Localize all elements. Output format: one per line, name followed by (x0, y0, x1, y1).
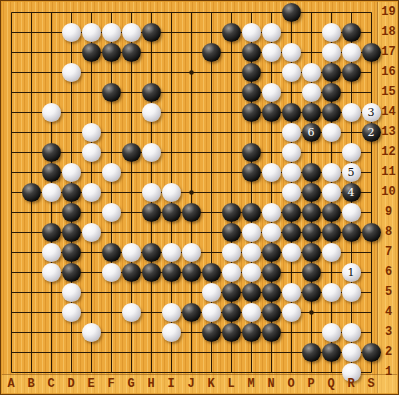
white-stone-Q7 (322, 243, 341, 262)
white-stone-E13 (82, 123, 101, 142)
black-stone-E17 (82, 43, 101, 62)
white-stone-R6: 1 (342, 263, 361, 282)
white-stone-E18 (82, 23, 101, 42)
white-stone-K5 (202, 283, 221, 302)
white-stone-I7 (162, 243, 181, 262)
white-stone-N9 (262, 203, 281, 222)
black-stone-H6 (142, 263, 161, 282)
white-stone-R12 (342, 143, 361, 162)
black-stone-N14 (262, 103, 281, 122)
white-stone-D4 (62, 303, 81, 322)
white-stone-F11 (102, 163, 121, 182)
row-label-4: 4 (378, 302, 399, 322)
white-stone-J7 (182, 243, 201, 262)
white-stone-I3 (162, 323, 181, 342)
black-stone-M14 (242, 103, 261, 122)
column-label-N: N (261, 377, 281, 391)
black-stone-K17 (202, 43, 221, 62)
star-point (189, 190, 194, 195)
column-label-B: B (21, 377, 41, 391)
column-label-O: O (281, 377, 301, 391)
black-stone-G6 (122, 263, 141, 282)
black-stone-K6 (202, 263, 221, 282)
black-stone-P6 (302, 263, 321, 282)
move-number-label: 1 (348, 267, 355, 278)
black-stone-G17 (122, 43, 141, 62)
white-stone-N18 (262, 23, 281, 42)
black-stone-P11 (302, 163, 321, 182)
white-stone-H12 (142, 143, 161, 162)
white-stone-N8 (262, 223, 281, 242)
move-number-label: 6 (308, 127, 315, 138)
white-stone-M4 (242, 303, 261, 322)
black-stone-R18 (342, 23, 361, 42)
black-stone-L4 (222, 303, 241, 322)
white-stone-O7 (282, 243, 301, 262)
white-stone-E10 (82, 183, 101, 202)
white-stone-Q10 (322, 183, 341, 202)
black-stone-N5 (262, 283, 281, 302)
row-label-1: 1 (378, 362, 399, 382)
black-stone-P2 (302, 343, 321, 362)
white-stone-Q13 (322, 123, 341, 142)
white-stone-F18 (102, 23, 121, 42)
white-stone-R17 (342, 43, 361, 62)
column-label-L: L (221, 377, 241, 391)
row-label-8: 8 (378, 222, 399, 242)
row-label-17: 17 (378, 42, 399, 62)
black-stone-P14 (302, 103, 321, 122)
black-stone-M16 (242, 63, 261, 82)
white-stone-O10 (282, 183, 301, 202)
column-label-R: R (341, 377, 361, 391)
white-stone-O12 (282, 143, 301, 162)
black-stone-O14 (282, 103, 301, 122)
black-stone-M15 (242, 83, 261, 102)
white-stone-D5 (62, 283, 81, 302)
row-label-13: 13 (378, 122, 399, 142)
black-stone-N6 (262, 263, 281, 282)
black-stone-I9 (162, 203, 181, 222)
column-label-F: F (101, 377, 121, 391)
white-stone-C14 (42, 103, 61, 122)
black-stone-O9 (282, 203, 301, 222)
column-label-C: C (41, 377, 61, 391)
column-label-I: I (161, 377, 181, 391)
row-label-6: 6 (378, 262, 399, 282)
row-label-14: 14 (378, 102, 399, 122)
row-label-18: 18 (378, 22, 399, 42)
black-stone-F17 (102, 43, 121, 62)
white-stone-K4 (202, 303, 221, 322)
black-stone-D7 (62, 243, 81, 262)
black-stone-L5 (222, 283, 241, 302)
white-stone-R9 (342, 203, 361, 222)
black-stone-H15 (142, 83, 161, 102)
white-stone-E8 (82, 223, 101, 242)
column-label-K: K (201, 377, 221, 391)
row-label-16: 16 (378, 62, 399, 82)
black-stone-M11 (242, 163, 261, 182)
column-label-E: E (81, 377, 101, 391)
column-label-H: H (141, 377, 161, 391)
black-stone-Q2 (322, 343, 341, 362)
black-stone-M5 (242, 283, 261, 302)
white-stone-O11 (282, 163, 301, 182)
white-stone-F6 (102, 263, 121, 282)
white-stone-C6 (42, 263, 61, 282)
row-label-15: 15 (378, 82, 399, 102)
black-stone-J6 (182, 263, 201, 282)
black-stone-P10 (302, 183, 321, 202)
black-stone-D9 (62, 203, 81, 222)
white-stone-H14 (142, 103, 161, 122)
white-stone-N17 (262, 43, 281, 62)
black-stone-P9 (302, 203, 321, 222)
column-label-G: G (121, 377, 141, 391)
black-stone-Q14 (322, 103, 341, 122)
black-stone-I6 (162, 263, 181, 282)
go-board[interactable]: 362541 ABCDEFGHIJKLMNOPQRS19181716151413… (0, 0, 399, 395)
white-stone-Q18 (322, 23, 341, 42)
column-label-P: P (301, 377, 321, 391)
black-stone-D6 (62, 263, 81, 282)
row-label-7: 7 (378, 242, 399, 262)
black-stone-D10 (62, 183, 81, 202)
white-stone-R14 (342, 103, 361, 122)
white-stone-O17 (282, 43, 301, 62)
white-stone-O16 (282, 63, 301, 82)
star-point (309, 310, 314, 315)
white-stone-R2 (342, 343, 361, 362)
black-stone-M17 (242, 43, 261, 62)
white-stone-L6 (222, 263, 241, 282)
black-stone-H7 (142, 243, 161, 262)
row-label-3: 3 (378, 322, 399, 342)
white-stone-D16 (62, 63, 81, 82)
black-stone-H18 (142, 23, 161, 42)
white-stone-L7 (222, 243, 241, 262)
black-stone-L3 (222, 323, 241, 342)
white-stone-R5 (342, 283, 361, 302)
row-label-12: 12 (378, 142, 399, 162)
white-stone-F9 (102, 203, 121, 222)
white-stone-C7 (42, 243, 61, 262)
black-stone-K3 (202, 323, 221, 342)
white-stone-G18 (122, 23, 141, 42)
black-stone-B10 (22, 183, 41, 202)
black-stone-Q9 (322, 203, 341, 222)
black-stone-J4 (182, 303, 201, 322)
black-stone-N3 (262, 323, 281, 342)
white-stone-G4 (122, 303, 141, 322)
white-stone-N11 (262, 163, 281, 182)
row-label-2: 2 (378, 342, 399, 362)
white-stone-C10 (42, 183, 61, 202)
white-stone-R3 (342, 323, 361, 342)
black-stone-R16 (342, 63, 361, 82)
white-stone-I10 (162, 183, 181, 202)
column-label-A: A (1, 377, 21, 391)
white-stone-P16 (302, 63, 321, 82)
white-stone-H10 (142, 183, 161, 202)
black-stone-L9 (222, 203, 241, 222)
black-stone-P5 (302, 283, 321, 302)
white-stone-Q5 (322, 283, 341, 302)
black-stone-G12 (122, 143, 141, 162)
column-label-D: D (61, 377, 81, 391)
black-stone-R8 (342, 223, 361, 242)
black-stone-R10: 4 (342, 183, 361, 202)
black-stone-M12 (242, 143, 261, 162)
black-stone-Q16 (322, 63, 341, 82)
black-stone-L8 (222, 223, 241, 242)
white-stone-Q11 (322, 163, 341, 182)
white-stone-D18 (62, 23, 81, 42)
move-number-label: 5 (348, 167, 355, 178)
black-stone-C11 (42, 163, 61, 182)
white-stone-P15 (302, 83, 321, 102)
white-stone-D11 (62, 163, 81, 182)
black-stone-P7 (302, 243, 321, 262)
black-stone-N4 (262, 303, 281, 322)
black-stone-Q8 (322, 223, 341, 242)
white-stone-Q17 (322, 43, 341, 62)
row-label-10: 10 (378, 182, 399, 202)
black-stone-F15 (102, 83, 121, 102)
row-label-9: 9 (378, 202, 399, 222)
column-label-M: M (241, 377, 261, 391)
black-stone-O8 (282, 223, 301, 242)
white-stone-O4 (282, 303, 301, 322)
white-stone-E3 (82, 323, 101, 342)
black-stone-P13: 6 (302, 123, 321, 142)
white-stone-M8 (242, 223, 261, 242)
white-stone-E12 (82, 143, 101, 162)
white-stone-M7 (242, 243, 261, 262)
white-stone-I4 (162, 303, 181, 322)
black-stone-Q15 (322, 83, 341, 102)
black-stone-C12 (42, 143, 61, 162)
row-label-5: 5 (378, 282, 399, 302)
black-stone-C8 (42, 223, 61, 242)
star-point (189, 70, 194, 75)
white-stone-G7 (122, 243, 141, 262)
black-stone-H9 (142, 203, 161, 222)
white-stone-R11: 5 (342, 163, 361, 182)
white-stone-N15 (262, 83, 281, 102)
black-stone-O19 (282, 3, 301, 22)
white-stone-Q3 (322, 323, 341, 342)
white-stone-O13 (282, 123, 301, 142)
black-stone-M9 (242, 203, 261, 222)
column-label-J: J (181, 377, 201, 391)
white-stone-M6 (242, 263, 261, 282)
move-number-label: 4 (348, 187, 355, 198)
move-number-label: 3 (368, 107, 375, 118)
row-label-19: 19 (378, 2, 399, 22)
row-label-11: 11 (378, 162, 399, 182)
column-label-Q: Q (321, 377, 341, 391)
white-stone-M18 (242, 23, 261, 42)
black-stone-F7 (102, 243, 121, 262)
black-stone-L18 (222, 23, 241, 42)
white-stone-O5 (282, 283, 301, 302)
black-stone-M3 (242, 323, 261, 342)
move-number-label: 2 (368, 127, 375, 138)
black-stone-P8 (302, 223, 321, 242)
black-stone-D8 (62, 223, 81, 242)
black-stone-J9 (182, 203, 201, 222)
black-stone-N7 (262, 243, 281, 262)
